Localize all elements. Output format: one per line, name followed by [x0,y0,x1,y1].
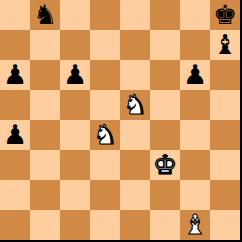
square-h5[interactable] [210,90,240,120]
square-a7[interactable] [0,30,30,60]
square-b5[interactable] [30,90,60,120]
square-g2[interactable] [180,180,210,210]
square-a1[interactable] [0,210,30,240]
square-h3[interactable] [210,150,240,180]
square-h6[interactable] [210,60,240,90]
square-h8[interactable]: ♚ [210,0,240,30]
square-a4[interactable]: ♟ [0,120,30,150]
square-f6[interactable] [150,60,180,90]
square-f4[interactable] [150,120,180,150]
square-e6[interactable] [120,60,150,90]
square-e1[interactable] [120,210,150,240]
square-g4[interactable] [180,120,210,150]
square-f7[interactable] [150,30,180,60]
square-g5[interactable] [180,90,210,120]
square-d6[interactable] [90,60,120,90]
square-e3[interactable] [120,150,150,180]
square-d7[interactable] [90,30,120,60]
square-f1[interactable] [150,210,180,240]
square-d2[interactable] [90,180,120,210]
square-b4[interactable] [30,120,60,150]
square-g6[interactable]: ♟ [180,60,210,90]
square-c5[interactable] [60,90,90,120]
square-e7[interactable] [120,30,150,60]
piece-white-knight[interactable]: ♞ [93,120,117,150]
square-d4[interactable]: ♞ [90,120,120,150]
square-d5[interactable] [90,90,120,120]
square-h7[interactable]: ♝ [210,30,240,60]
piece-black-knight[interactable]: ♞ [33,0,57,30]
square-b7[interactable] [30,30,60,60]
square-h2[interactable] [210,180,240,210]
square-b3[interactable] [30,150,60,180]
square-b2[interactable] [30,180,60,210]
chess-board: ♞♚♝♟♟♟♞♟♞♚♝ [0,0,242,242]
square-a5[interactable] [0,90,30,120]
square-f2[interactable] [150,180,180,210]
square-f5[interactable] [150,90,180,120]
square-e5[interactable]: ♞ [120,90,150,120]
square-c8[interactable] [60,0,90,30]
square-e8[interactable] [120,0,150,30]
square-c2[interactable] [60,180,90,210]
square-d1[interactable] [90,210,120,240]
square-e2[interactable] [120,180,150,210]
piece-white-knight[interactable]: ♞ [123,90,147,120]
square-a3[interactable] [0,150,30,180]
square-a6[interactable]: ♟ [0,60,30,90]
square-g7[interactable] [180,30,210,60]
square-b8[interactable]: ♞ [30,0,60,30]
square-f3[interactable]: ♚ [150,150,180,180]
square-f8[interactable] [150,0,180,30]
square-b1[interactable] [30,210,60,240]
square-d3[interactable] [90,150,120,180]
square-g8[interactable] [180,0,210,30]
square-e4[interactable] [120,120,150,150]
piece-white-bishop[interactable]: ♝ [183,210,207,240]
square-c7[interactable] [60,30,90,60]
square-c3[interactable] [60,150,90,180]
square-a8[interactable] [0,0,30,30]
square-c4[interactable] [60,120,90,150]
piece-white-king[interactable]: ♚ [153,150,177,180]
square-c1[interactable] [60,210,90,240]
piece-black-pawn[interactable]: ♟ [63,60,87,90]
square-b6[interactable] [30,60,60,90]
piece-black-pawn[interactable]: ♟ [3,60,27,90]
square-d8[interactable] [90,0,120,30]
square-h4[interactable] [210,120,240,150]
piece-black-king[interactable]: ♚ [213,0,237,30]
square-g3[interactable] [180,150,210,180]
square-g1[interactable]: ♝ [180,210,210,240]
piece-black-bishop[interactable]: ♝ [213,30,237,60]
square-a2[interactable] [0,180,30,210]
piece-black-pawn[interactable]: ♟ [183,60,207,90]
square-h1[interactable] [210,210,240,240]
piece-black-pawn[interactable]: ♟ [3,120,27,150]
square-c6[interactable]: ♟ [60,60,90,90]
